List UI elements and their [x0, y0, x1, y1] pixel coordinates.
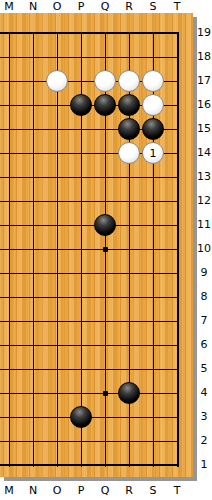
white-stone-S14: 1 [142, 142, 164, 164]
column-label-bottom-M: M [4, 484, 14, 497]
column-label-bottom-P: P [78, 484, 85, 497]
black-stone-P3 [70, 406, 92, 428]
grid-line-col-T [177, 32, 179, 467]
row-label-7: 7 [196, 314, 212, 328]
move-number-label: 1 [143, 143, 163, 163]
row-label-6: 6 [196, 338, 212, 352]
black-stone-Q11 [94, 214, 116, 236]
row-label-2: 2 [196, 434, 212, 448]
black-stone-S15 [142, 118, 164, 140]
black-stone-R15 [118, 118, 140, 140]
black-stone-P16 [70, 94, 92, 116]
column-label-bottom-N: N [29, 484, 37, 497]
row-label-9: 9 [196, 266, 212, 280]
column-label-top-O: O [53, 0, 62, 13]
row-label-19: 19 [196, 26, 212, 40]
row-label-12: 12 [196, 194, 212, 208]
column-label-top-T: T [174, 0, 181, 13]
row-label-15: 15 [196, 122, 212, 136]
column-label-bottom-Q: Q [101, 484, 110, 497]
grid-line-col-O [57, 32, 58, 467]
black-stone-R16 [118, 94, 140, 116]
column-label-top-N: N [29, 0, 37, 13]
go-board[interactable]: 1 [0, 13, 193, 477]
row-label-16: 16 [196, 98, 212, 112]
column-label-bottom-T: T [174, 484, 181, 497]
white-stone-Q17 [94, 70, 116, 92]
row-label-13: 13 [196, 170, 212, 184]
row-label-3: 3 [196, 410, 212, 424]
column-label-bottom-O: O [53, 484, 62, 497]
star-point-Q4 [103, 391, 108, 396]
row-label-18: 18 [196, 50, 212, 64]
row-label-10: 10 [196, 242, 212, 256]
row-label-1: 1 [196, 458, 212, 472]
row-label-4: 4 [196, 386, 212, 400]
row-label-11: 11 [196, 218, 212, 232]
black-stone-Q16 [94, 94, 116, 116]
go-diagram: MNOPQRST 1 19181716151413121110987654321… [0, 0, 212, 500]
black-stone-R4 [118, 382, 140, 404]
white-stone-S16 [142, 94, 164, 116]
grid-line-col-M [9, 32, 10, 467]
white-stone-R14 [118, 142, 140, 164]
row-label-17: 17 [196, 74, 212, 88]
column-label-top-Q: Q [101, 0, 110, 13]
white-stone-R17 [118, 70, 140, 92]
row-label-8: 8 [196, 290, 212, 304]
column-label-top-S: S [150, 0, 157, 13]
row-label-5: 5 [196, 362, 212, 376]
white-stone-O17 [46, 70, 68, 92]
column-label-top-R: R [125, 0, 133, 13]
white-stone-S17 [142, 70, 164, 92]
row-label-14: 14 [196, 146, 212, 160]
column-label-bottom-R: R [125, 484, 133, 497]
star-point-Q10 [103, 247, 108, 252]
column-label-top-P: P [78, 0, 85, 13]
grid-line-col-N [33, 32, 34, 467]
column-label-top-M: M [4, 0, 14, 13]
column-label-bottom-S: S [150, 484, 157, 497]
